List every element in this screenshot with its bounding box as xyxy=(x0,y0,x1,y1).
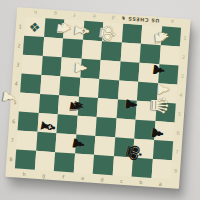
square-d4[interactable] xyxy=(98,79,119,99)
square-f8[interactable] xyxy=(54,152,75,172)
square-c2[interactable] xyxy=(120,42,141,62)
coord-label: 5 xyxy=(174,103,184,123)
coord-label: f xyxy=(64,10,84,20)
square-b2[interactable] xyxy=(140,44,161,64)
square-f4[interactable] xyxy=(59,76,80,96)
coord-label: h xyxy=(25,8,45,18)
coord-label: d xyxy=(92,174,112,184)
square-c1[interactable] xyxy=(121,24,142,44)
coord-label: f xyxy=(53,171,73,181)
board-grid: ❖♞♝♚♞♟♟♛♟♟♞♝♟♟♚ xyxy=(15,17,181,180)
square-d6[interactable] xyxy=(95,117,116,137)
coord-label: c xyxy=(112,175,132,185)
fallen-white-pawn-f3[interactable]: ♟ xyxy=(72,60,88,74)
coord-label: 1 xyxy=(180,28,190,48)
coord-label: a xyxy=(150,178,170,188)
square-h7[interactable] xyxy=(16,130,37,150)
coord-label: 4 xyxy=(11,73,21,93)
fallen-black-knight-f5[interactable]: ♞ xyxy=(66,96,87,115)
fallen-black-pawn-b3[interactable]: ♟ xyxy=(150,62,167,77)
square-d5[interactable] xyxy=(97,98,118,118)
square-a2[interactable] xyxy=(159,45,180,65)
square-e8[interactable] xyxy=(73,154,94,174)
captured-white-pawn[interactable]: ♟ xyxy=(0,89,17,105)
square-h2[interactable] xyxy=(23,36,44,56)
fallen-black-pawn-f7[interactable]: ♟ xyxy=(69,135,86,151)
square-h6[interactable] xyxy=(18,112,39,132)
square-d7[interactable] xyxy=(94,136,115,156)
fallen-white-pawn-a4[interactable]: ♟ xyxy=(156,82,171,95)
square-f2[interactable] xyxy=(62,38,83,58)
square-h4[interactable] xyxy=(20,74,41,94)
coord-label: 2 xyxy=(14,35,24,55)
coord-label: 6 xyxy=(9,111,19,131)
square-g3[interactable] xyxy=(41,56,62,76)
square-g4[interactable] xyxy=(40,75,61,95)
square-h3[interactable] xyxy=(22,55,43,75)
fallen-black-pawn-c5[interactable]: ♟ xyxy=(123,96,139,111)
square-e6[interactable] xyxy=(76,116,97,136)
square-e4[interactable] xyxy=(79,78,100,98)
square-h5[interactable] xyxy=(19,93,40,113)
coord-label: 3 xyxy=(13,54,23,74)
coord-label: 1 xyxy=(15,16,25,36)
fallen-white-bishop-f1[interactable]: ♝ xyxy=(71,21,92,40)
coord-label: h xyxy=(14,168,34,178)
square-h8[interactable] xyxy=(15,149,36,169)
square-a7[interactable] xyxy=(152,140,173,160)
fallen-white-knight-b1[interactable]: ♞ xyxy=(152,28,171,45)
chess-board: ❖♞♝♚♞♟♟♛♟♟♞♝♟♟♚ 12345678 12345678 hgfedc… xyxy=(5,7,190,189)
fallen-black-pawn-b6[interactable]: ♟ xyxy=(148,125,165,140)
square-g5[interactable] xyxy=(38,94,59,114)
square-c6[interactable] xyxy=(115,118,136,138)
fallen-black-bishop-g6[interactable]: ♝ xyxy=(37,116,59,137)
coord-label: e xyxy=(84,12,104,22)
square-d2[interactable] xyxy=(101,41,122,61)
coord-label: b xyxy=(131,177,151,187)
coord-label: 8 xyxy=(6,149,16,169)
square-g8[interactable] xyxy=(34,151,55,171)
board-corner-logo: ❖ xyxy=(28,20,41,34)
coord-label: 4 xyxy=(176,84,186,104)
square-e2[interactable] xyxy=(81,40,102,60)
coord-label: g xyxy=(45,9,65,19)
square-g2[interactable] xyxy=(42,37,63,57)
square-c3[interactable] xyxy=(119,61,140,81)
coord-label: 7 xyxy=(7,130,17,150)
coord-label: 2 xyxy=(178,47,188,67)
coord-label: 6 xyxy=(173,122,183,142)
coord-label: a xyxy=(162,17,182,27)
fallen-white-queen-b5[interactable]: ♛ xyxy=(147,94,171,115)
coord-label: 8 xyxy=(171,160,181,180)
coord-label: e xyxy=(73,172,93,182)
coord-label: 7 xyxy=(172,141,182,161)
fallen-white-king-e1[interactable]: ♚ xyxy=(95,22,119,44)
coord-label: g xyxy=(34,170,54,180)
square-d8[interactable] xyxy=(93,155,114,175)
square-d3[interactable] xyxy=(99,60,120,80)
square-a8[interactable] xyxy=(151,159,172,179)
coord-label: 3 xyxy=(177,66,187,86)
wall-background: ❖♞♝♚♞♟♟♛♟♟♞♝♟♟♚ 12345678 12345678 hgfedc… xyxy=(0,0,200,200)
